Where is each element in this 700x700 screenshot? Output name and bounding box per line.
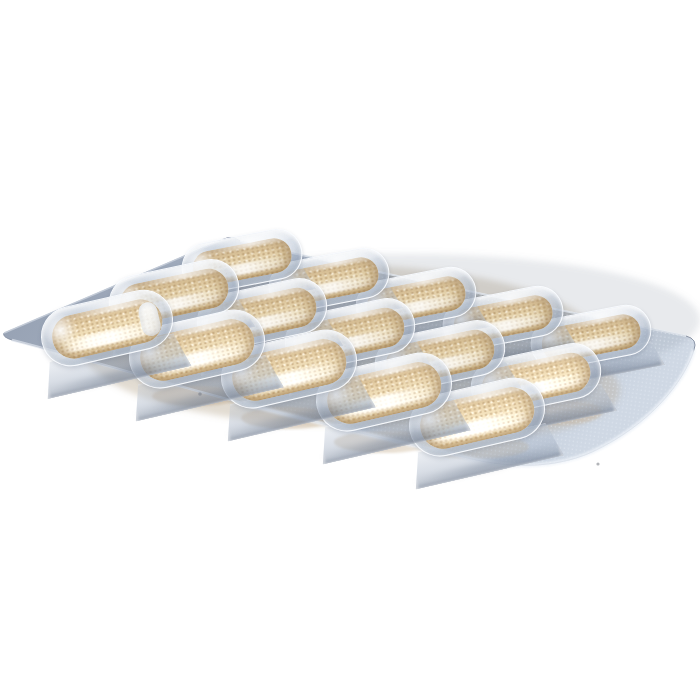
blister-capsules: [0, 0, 700, 700]
blister-cell-r2c0: [35, 284, 179, 373]
product-photo: [0, 0, 700, 700]
